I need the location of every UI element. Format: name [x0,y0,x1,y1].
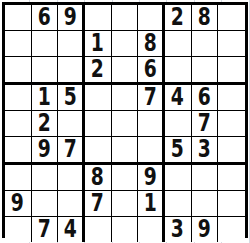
cell-r2c7[interactable] [165,31,192,57]
cell-r6c9[interactable] [218,137,245,165]
cell-r2c5[interactable] [112,31,139,57]
cell-r8c4[interactable]: 7 [85,191,112,217]
cell-r2c2[interactable] [32,31,59,57]
given-digit: 7 [64,137,77,162]
cell-r5c4[interactable] [85,111,112,137]
cell-r8c2[interactable] [32,191,59,217]
cell-r8c6[interactable]: 1 [138,191,165,217]
given-digit: 9 [38,137,51,162]
cell-r8c9[interactable] [218,191,245,217]
cell-r3c6[interactable]: 6 [138,57,165,85]
cell-r9c8[interactable]: 9 [192,217,219,242]
sudoku-board: 6928182615746279753899717439 [2,2,248,238]
cell-r1c5[interactable] [112,5,139,31]
given-digit: 5 [64,85,77,110]
given-digit: 8 [91,165,104,190]
given-digit: 2 [91,57,104,82]
given-digit: 9 [11,191,24,216]
cell-r7c1[interactable] [5,165,32,191]
cell-r4c2[interactable]: 1 [32,85,59,111]
cell-r1c6[interactable] [138,5,165,31]
cell-r4c8[interactable]: 6 [192,85,219,111]
cell-r9c4[interactable] [85,217,112,242]
given-digit: 6 [198,85,211,110]
given-digit: 1 [144,191,157,216]
given-digit: 5 [171,137,184,162]
given-digit: 4 [171,85,184,110]
cell-r8c5[interactable] [112,191,139,217]
cell-r3c5[interactable] [112,57,139,85]
cell-r3c9[interactable] [218,57,245,85]
cell-r9c7[interactable]: 3 [165,217,192,242]
cell-r9c1[interactable] [5,217,32,242]
cell-r5c9[interactable] [218,111,245,137]
cell-r1c1[interactable] [5,5,32,31]
cell-r7c9[interactable] [218,165,245,191]
given-digit: 1 [38,85,51,110]
given-digit: 9 [144,165,157,190]
cell-r7c7[interactable] [165,165,192,191]
cell-r7c6[interactable]: 9 [138,165,165,191]
given-digit: 9 [64,5,77,30]
cell-r1c9[interactable] [218,5,245,31]
given-digit: 7 [198,111,211,136]
cell-r4c9[interactable] [218,85,245,111]
cell-r5c3[interactable] [58,111,85,137]
cell-r9c2[interactable]: 7 [32,217,59,242]
cell-r1c3[interactable]: 9 [58,5,85,31]
cell-r2c3[interactable] [58,31,85,57]
cell-r6c6[interactable] [138,137,165,165]
cell-r4c6[interactable]: 7 [138,85,165,111]
cell-r7c2[interactable] [32,165,59,191]
cell-r3c3[interactable] [58,57,85,85]
cell-r3c2[interactable] [32,57,59,85]
given-digit: 2 [171,5,184,30]
given-digit: 9 [198,217,211,242]
cell-r9c9[interactable] [218,217,245,242]
cell-r4c4[interactable] [85,85,112,111]
given-digit: 3 [171,217,184,242]
cell-r8c8[interactable] [192,191,219,217]
cell-r6c5[interactable] [112,137,139,165]
given-digit: 7 [38,217,51,242]
cell-r5c7[interactable] [165,111,192,137]
cell-r6c1[interactable] [5,137,32,165]
cell-r7c3[interactable] [58,165,85,191]
cell-r3c8[interactable] [192,57,219,85]
given-digit: 7 [91,191,104,216]
cell-r1c8[interactable]: 8 [192,5,219,31]
cell-r2c6[interactable]: 8 [138,31,165,57]
given-digit: 4 [64,217,77,242]
cell-r1c7[interactable]: 2 [165,5,192,31]
cell-r6c8[interactable]: 3 [192,137,219,165]
cell-r8c1[interactable]: 9 [5,191,32,217]
cell-r7c8[interactable] [192,165,219,191]
cell-r6c3[interactable]: 7 [58,137,85,165]
given-digit: 2 [38,111,51,136]
cell-r4c3[interactable]: 5 [58,85,85,111]
cell-r5c1[interactable] [5,111,32,137]
cell-r3c1[interactable] [5,57,32,85]
given-digit: 8 [144,31,157,56]
cell-r4c7[interactable]: 4 [165,85,192,111]
given-digit: 3 [198,137,211,162]
cell-r6c7[interactable]: 5 [165,137,192,165]
cell-r4c1[interactable] [5,85,32,111]
cell-r6c4[interactable] [85,137,112,165]
given-digit: 1 [91,31,104,56]
cell-r5c2[interactable]: 2 [32,111,59,137]
cell-r9c6[interactable] [138,217,165,242]
cell-r9c3[interactable]: 4 [58,217,85,242]
cell-r3c7[interactable] [165,57,192,85]
cell-r2c9[interactable] [218,31,245,57]
given-digit: 8 [198,5,211,30]
cell-r8c3[interactable] [58,191,85,217]
cell-r7c4[interactable]: 8 [85,165,112,191]
cell-r9c5[interactable] [112,217,139,242]
given-digit: 7 [144,85,157,110]
cell-r2c1[interactable] [5,31,32,57]
cell-r3c4[interactable]: 2 [85,57,112,85]
cell-r2c4[interactable]: 1 [85,31,112,57]
cell-r1c4[interactable] [85,5,112,31]
cell-r2c8[interactable] [192,31,219,57]
cell-r5c5[interactable] [112,111,139,137]
cell-r5c8[interactable]: 7 [192,111,219,137]
cell-r7c5[interactable] [112,165,139,191]
cell-r5c6[interactable] [138,111,165,137]
cell-r1c2[interactable]: 6 [32,5,59,31]
given-digit: 6 [38,5,51,30]
given-digit: 6 [144,57,157,82]
cell-r6c2[interactable]: 9 [32,137,59,165]
cell-r4c5[interactable] [112,85,139,111]
cell-r8c7[interactable] [165,191,192,217]
